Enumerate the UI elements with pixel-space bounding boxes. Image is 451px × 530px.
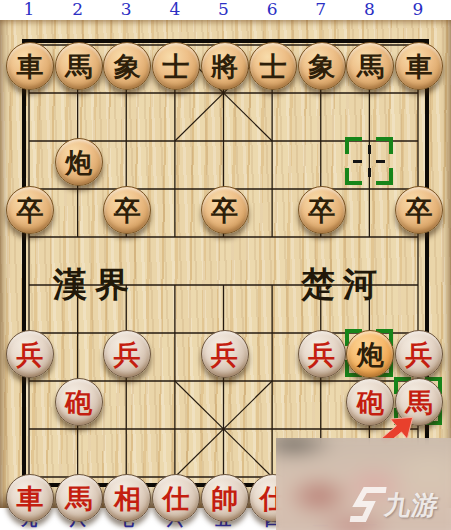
watermark-logo: 九游: [348, 483, 451, 528]
piece-red-elephant[interactable]: 相: [103, 474, 151, 522]
file-label-top: 6: [260, 0, 284, 19]
file-label-top: 8: [357, 0, 381, 19]
piece-black-cannon[interactable]: 炮: [55, 138, 103, 186]
file-label-top: 7: [309, 0, 333, 19]
piece-red-general[interactable]: 帥: [201, 474, 249, 522]
watermark-text: 九游: [383, 488, 442, 523]
piece-red-soldier[interactable]: 兵: [103, 330, 151, 378]
file-label-top: 5: [212, 0, 236, 19]
piece-black-soldier[interactable]: 卒: [103, 186, 151, 234]
piece-red-advisor[interactable]: 仕: [152, 474, 200, 522]
river-label-right: 楚河: [301, 264, 385, 304]
piece-black-horse[interactable]: 馬: [55, 42, 103, 90]
piece-black-chariot[interactable]: 車: [6, 42, 54, 90]
piece-black-advisor[interactable]: 士: [152, 42, 200, 90]
xiangqi-board[interactable]: 漢界 楚河: [0, 20, 451, 508]
river-label-left: 漢界: [53, 264, 137, 304]
file-label-top: 3: [114, 0, 138, 19]
piece-black-advisor[interactable]: 士: [249, 42, 297, 90]
piece-black-soldier[interactable]: 卒: [298, 186, 346, 234]
piece-red-soldier[interactable]: 兵: [395, 330, 443, 378]
piece-black-soldier[interactable]: 卒: [201, 186, 249, 234]
file-label-top: 2: [66, 0, 90, 19]
piece-red-soldier[interactable]: 兵: [6, 330, 54, 378]
piece-black-elephant[interactable]: 象: [103, 42, 151, 90]
piece-black-general[interactable]: 將: [201, 42, 249, 90]
xiangqi-app: 123456789 漢界 楚河 九游 九八七六五四三二一: [0, 0, 451, 530]
piece-red-horse[interactable]: 馬: [55, 474, 103, 522]
piece-red-soldier[interactable]: 兵: [298, 330, 346, 378]
piece-red-soldier[interactable]: 兵: [201, 330, 249, 378]
file-label-top: 1: [17, 0, 41, 19]
piece-black-chariot[interactable]: 車: [395, 42, 443, 90]
piece-black-soldier[interactable]: 卒: [6, 186, 54, 234]
piece-black-soldier[interactable]: 卒: [395, 186, 443, 234]
watermark-glyph-icon: [348, 486, 388, 526]
piece-red-horse[interactable]: 馬: [395, 378, 443, 426]
file-label-top: 4: [163, 0, 187, 19]
file-label-top: 9: [406, 0, 430, 19]
piece-red-chariot[interactable]: 車: [6, 474, 54, 522]
piece-black-elephant[interactable]: 象: [298, 42, 346, 90]
piece-red-cannon[interactable]: 砲: [55, 378, 103, 426]
